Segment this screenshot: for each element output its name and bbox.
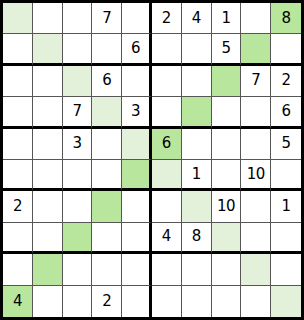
cell-r9c5-empty[interactable] [122, 254, 152, 285]
cell-r1c4-given[interactable]: 7 [92, 3, 122, 34]
cell-r4c3-given[interactable]: 7 [63, 97, 93, 128]
cell-r2c9-empty[interactable] [241, 34, 271, 65]
cell-r7c2-empty[interactable] [33, 191, 63, 222]
cell-r9c8-empty[interactable] [212, 254, 242, 285]
cell-r4c10-given[interactable]: 6 [271, 97, 301, 128]
cell-r4c7-empty[interactable] [182, 97, 212, 128]
cell-r7c6-empty[interactable] [152, 191, 182, 222]
cell-r10c1-given[interactable]: 4 [3, 286, 33, 317]
cell-r4c9-empty[interactable] [241, 97, 271, 128]
cell-r1c7-given[interactable]: 4 [182, 3, 212, 34]
cell-r4c1-empty[interactable] [3, 97, 33, 128]
sudoku-puzzle: 724186567273636511021014842 [0, 0, 304, 320]
cell-r6c7-given[interactable]: 1 [182, 160, 212, 191]
cell-r8c4-empty[interactable] [92, 223, 122, 254]
cell-r7c4-empty[interactable] [92, 191, 122, 222]
cell-r6c6-empty[interactable] [152, 160, 182, 191]
cell-r10c6-empty[interactable] [152, 286, 182, 317]
cell-r5c8-empty[interactable] [212, 129, 242, 160]
cell-r4c4-empty[interactable] [92, 97, 122, 128]
cell-r9c9-empty[interactable] [241, 254, 271, 285]
cell-r2c6-empty[interactable] [152, 34, 182, 65]
cell-r5c5-empty[interactable] [122, 129, 152, 160]
cell-r10c9-empty[interactable] [241, 286, 271, 317]
cell-r7c3-empty[interactable] [63, 191, 93, 222]
cell-r10c7-empty[interactable] [182, 286, 212, 317]
cell-r2c7-empty[interactable] [182, 34, 212, 65]
cell-r7c10-given[interactable]: 1 [271, 191, 301, 222]
cell-r6c1-empty[interactable] [3, 160, 33, 191]
cell-r10c2-empty[interactable] [33, 286, 63, 317]
cell-r6c5-empty[interactable] [122, 160, 152, 191]
cell-r3c7-empty[interactable] [182, 66, 212, 97]
cell-r6c4-empty[interactable] [92, 160, 122, 191]
cell-r10c4-given[interactable]: 2 [92, 286, 122, 317]
cell-r3c2-empty[interactable] [33, 66, 63, 97]
cell-r5c10-given[interactable]: 5 [271, 129, 301, 160]
cell-r1c10-given[interactable]: 8 [271, 3, 301, 34]
cell-r2c2-empty[interactable] [33, 34, 63, 65]
cell-r7c9-empty[interactable] [241, 191, 271, 222]
cell-r7c1-given[interactable]: 2 [3, 191, 33, 222]
cell-r6c2-empty[interactable] [33, 160, 63, 191]
cell-r8c10-empty[interactable] [271, 223, 301, 254]
cell-r3c10-given[interactable]: 2 [271, 66, 301, 97]
cell-r5c7-empty[interactable] [182, 129, 212, 160]
cell-r3c6-empty[interactable] [152, 66, 182, 97]
cell-r8c1-empty[interactable] [3, 223, 33, 254]
cell-r5c4-empty[interactable] [92, 129, 122, 160]
cell-r6c8-empty[interactable] [212, 160, 242, 191]
cell-r10c10-empty[interactable] [271, 286, 301, 317]
cell-r5c6-given[interactable]: 6 [152, 129, 182, 160]
cell-r2c4-empty[interactable] [92, 34, 122, 65]
cell-r8c2-empty[interactable] [33, 223, 63, 254]
cell-r3c3-empty[interactable] [63, 66, 93, 97]
cell-r9c3-empty[interactable] [63, 254, 93, 285]
cell-r4c5-given[interactable]: 3 [122, 97, 152, 128]
cell-r5c9-empty[interactable] [241, 129, 271, 160]
cell-r2c1-empty[interactable] [3, 34, 33, 65]
cell-r8c7-given[interactable]: 8 [182, 223, 212, 254]
cell-r6c9-given[interactable]: 10 [241, 160, 271, 191]
cell-r10c3-empty[interactable] [63, 286, 93, 317]
cell-r4c8-empty[interactable] [212, 97, 242, 128]
cell-r4c6-empty[interactable] [152, 97, 182, 128]
cell-r8c8-empty[interactable] [212, 223, 242, 254]
cell-r1c3-empty[interactable] [63, 3, 93, 34]
cell-r3c9-given[interactable]: 7 [241, 66, 271, 97]
cell-r3c4-given[interactable]: 6 [92, 66, 122, 97]
sudoku-board: 724186567273636511021014842 [0, 0, 304, 320]
cell-r1c1-empty[interactable] [3, 3, 33, 34]
cell-r1c2-empty[interactable] [33, 3, 63, 34]
cell-r9c4-empty[interactable] [92, 254, 122, 285]
cell-r2c8-given[interactable]: 5 [212, 34, 242, 65]
cell-r3c8-empty[interactable] [212, 66, 242, 97]
cell-r6c3-empty[interactable] [63, 160, 93, 191]
cell-r7c5-empty[interactable] [122, 191, 152, 222]
cell-r10c8-empty[interactable] [212, 286, 242, 317]
cell-r9c2-empty[interactable] [33, 254, 63, 285]
cell-r6c10-empty[interactable] [271, 160, 301, 191]
cell-r7c7-empty[interactable] [182, 191, 212, 222]
cell-r9c6-empty[interactable] [152, 254, 182, 285]
cell-r9c7-empty[interactable] [182, 254, 212, 285]
cell-r8c9-empty[interactable] [241, 223, 271, 254]
cell-r2c3-empty[interactable] [63, 34, 93, 65]
cell-r2c5-given[interactable]: 6 [122, 34, 152, 65]
cell-r3c1-empty[interactable] [3, 66, 33, 97]
cell-r8c3-empty[interactable] [63, 223, 93, 254]
cell-r5c3-given[interactable]: 3 [63, 129, 93, 160]
cell-r7c8-given[interactable]: 10 [212, 191, 242, 222]
cell-r5c1-empty[interactable] [3, 129, 33, 160]
cell-r8c6-given[interactable]: 4 [152, 223, 182, 254]
cell-r9c10-empty[interactable] [271, 254, 301, 285]
cell-r10c5-empty[interactable] [122, 286, 152, 317]
cell-r3c5-empty[interactable] [122, 66, 152, 97]
cell-r1c6-given[interactable]: 2 [152, 3, 182, 34]
cell-r1c8-given[interactable]: 1 [212, 3, 242, 34]
cell-r5c2-empty[interactable] [33, 129, 63, 160]
cell-r1c9-empty[interactable] [241, 3, 271, 34]
cell-r9c1-empty[interactable] [3, 254, 33, 285]
cell-r4c2-empty[interactable] [33, 97, 63, 128]
cell-r8c5-empty[interactable] [122, 223, 152, 254]
cell-r2c10-empty[interactable] [271, 34, 301, 65]
cell-r1c5-empty[interactable] [122, 3, 152, 34]
